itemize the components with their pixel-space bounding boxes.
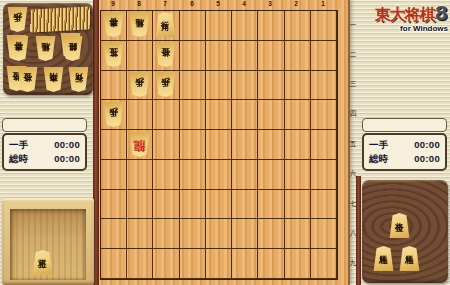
piece-kanji: 角行 xyxy=(74,89,83,92)
board-square[interactable] xyxy=(180,219,206,249)
board-square[interactable] xyxy=(206,100,232,130)
total-time-value: 00:00 xyxy=(54,153,80,166)
board-square[interactable] xyxy=(101,160,127,190)
board-square[interactable] xyxy=(153,190,179,220)
rank-label: 六 xyxy=(349,159,357,189)
board-square[interactable] xyxy=(127,249,153,279)
logo-title: 東大将棋 xyxy=(375,5,435,24)
piece-kanji: 銀将 xyxy=(68,58,77,61)
file-label: 2 xyxy=(283,0,309,9)
board-square[interactable] xyxy=(311,219,337,249)
hand-piece-knight[interactable]: 桂馬 xyxy=(35,36,56,61)
board-square[interactable] xyxy=(258,160,284,190)
board-square[interactable] xyxy=(285,219,311,249)
board-square[interactable] xyxy=(311,160,337,190)
file-label: 5 xyxy=(205,0,231,9)
move-time-label: 一手 xyxy=(369,139,389,152)
board-square[interactable] xyxy=(153,160,179,190)
board-square[interactable] xyxy=(258,190,284,220)
board-square[interactable] xyxy=(127,219,153,249)
board-square[interactable] xyxy=(180,249,206,279)
board-square[interactable] xyxy=(311,130,337,160)
file-label: 1 xyxy=(310,0,336,9)
piece-kanji: 桂馬 xyxy=(379,246,388,249)
board-square[interactable] xyxy=(285,100,311,130)
board-square[interactable] xyxy=(258,219,284,249)
board-square[interactable] xyxy=(206,130,232,160)
board-square[interactable] xyxy=(206,190,232,220)
board-square[interactable] xyxy=(285,190,311,220)
board-square[interactable] xyxy=(285,130,311,160)
board-square[interactable] xyxy=(258,100,284,130)
total-time-label: 総時 xyxy=(9,153,29,166)
board-square[interactable] xyxy=(232,41,258,71)
board-square[interactable] xyxy=(311,41,337,71)
board-square[interactable] xyxy=(311,11,337,41)
rank-label: 五 xyxy=(349,129,357,159)
total-time-label: 総時 xyxy=(369,153,389,166)
board-square[interactable] xyxy=(153,100,179,130)
gote-captured-tray: 歩兵 香車 桂馬 銀将 金将 金将 飛車 角行 xyxy=(3,3,93,95)
file-label: 8 xyxy=(126,0,152,9)
file-label: 4 xyxy=(231,0,257,9)
move-time-value: 00:00 xyxy=(414,139,440,152)
board-square[interactable] xyxy=(232,249,258,279)
board-square[interactable] xyxy=(180,130,206,160)
app-logo: 東大将棋8 for Windows xyxy=(352,2,448,33)
logo-subtitle: for Windows xyxy=(352,24,448,33)
piece-kanji: 金将 xyxy=(23,89,32,92)
hand-piece-pawn[interactable]: 歩兵 xyxy=(7,7,28,32)
piece-box: 王将 xyxy=(2,198,94,285)
sente-captured-tray: 金将 桂馬 桂馬 xyxy=(362,180,448,283)
board-square[interactable] xyxy=(258,130,284,160)
board-square[interactable] xyxy=(285,160,311,190)
rank-labels: 一 二 三 四 五 六 七 八 九 xyxy=(349,10,357,278)
rank-label: 二 xyxy=(349,40,357,70)
board-square[interactable] xyxy=(180,190,206,220)
board-square[interactable] xyxy=(232,219,258,249)
board-square[interactable] xyxy=(232,100,258,130)
board-square[interactable] xyxy=(127,190,153,220)
board-square[interactable] xyxy=(285,41,311,71)
board-square[interactable] xyxy=(153,249,179,279)
piece-kanji: 歩兵 xyxy=(13,29,22,32)
piece-kanji: 金将 xyxy=(395,213,404,216)
board-square[interactable] xyxy=(311,249,337,279)
board-square[interactable] xyxy=(101,190,127,220)
board-square[interactable] xyxy=(285,11,311,41)
board-square[interactable] xyxy=(127,160,153,190)
board-square[interactable] xyxy=(101,219,127,249)
board-square[interactable] xyxy=(232,71,258,101)
piece-kanji: 香車 xyxy=(14,58,23,61)
logo-version-number: 8 xyxy=(435,2,448,24)
board-square[interactable] xyxy=(153,219,179,249)
board-square[interactable] xyxy=(258,41,284,71)
rank-label: 三 xyxy=(349,70,357,100)
file-label: 7 xyxy=(152,0,178,9)
captured-pawn-stack[interactable] xyxy=(30,6,90,32)
gote-clock: 一手00:00 総時00:00 xyxy=(2,133,87,171)
board-square[interactable] xyxy=(232,11,258,41)
board-square[interactable] xyxy=(311,190,337,220)
rank-label: 四 xyxy=(349,99,357,129)
hand-piece-knight-1[interactable]: 桂馬 xyxy=(373,246,394,271)
sente-clock: 一手00:00 総時00:00 xyxy=(362,133,447,171)
shogi-board: 9 8 7 6 5 4 3 2 1 香車 桂馬 角行 玉将 金将 歩兵 歩兵 歩… xyxy=(98,0,350,285)
piece-kanji: 桂馬 xyxy=(405,246,414,249)
board-square[interactable] xyxy=(153,130,179,160)
app-window: 9 8 7 6 5 4 3 2 1 香車 桂馬 角行 玉将 金将 歩兵 歩兵 歩… xyxy=(0,0,450,285)
move-time-label: 一手 xyxy=(9,139,29,152)
move-time-value: 00:00 xyxy=(54,139,80,152)
board-square[interactable] xyxy=(101,71,127,101)
rank-label: 九 xyxy=(349,248,357,278)
sente-name-bar xyxy=(362,118,447,132)
file-label: 9 xyxy=(100,0,126,9)
piece-kanji: 龍 xyxy=(134,140,146,157)
board-square[interactable] xyxy=(180,160,206,190)
board-square[interactable] xyxy=(127,41,153,71)
board-square[interactable] xyxy=(285,71,311,101)
board-square[interactable] xyxy=(258,11,284,41)
rank-label: 七 xyxy=(349,189,357,219)
board-square[interactable] xyxy=(180,11,206,41)
board-square[interactable] xyxy=(206,249,232,279)
rank-label: 一 xyxy=(349,10,357,40)
hand-piece-gold[interactable]: 金将 xyxy=(389,213,410,238)
hand-piece-silver[interactable]: 銀将 xyxy=(62,36,83,61)
board-square[interactable] xyxy=(206,219,232,249)
board-square[interactable] xyxy=(206,71,232,101)
board-square[interactable] xyxy=(101,130,127,160)
hand-piece-rook[interactable]: 飛車 xyxy=(43,67,64,92)
total-time-value: 00:00 xyxy=(414,153,440,166)
board-square[interactable] xyxy=(311,71,337,101)
piece-kanji: 桂馬 xyxy=(41,58,50,61)
board-square[interactable] xyxy=(232,130,258,160)
file-label: 3 xyxy=(257,0,283,9)
rank-label: 八 xyxy=(349,218,357,248)
board-square[interactable] xyxy=(258,71,284,101)
board-square[interactable] xyxy=(180,100,206,130)
file-label: 6 xyxy=(179,0,205,9)
board-square[interactable] xyxy=(206,41,232,71)
board-square[interactable] xyxy=(285,249,311,279)
gote-name-bar xyxy=(2,118,87,132)
board-square[interactable] xyxy=(101,249,127,279)
board-square[interactable] xyxy=(232,160,258,190)
piece-kanji: 金将 xyxy=(12,88,21,91)
board-square[interactable] xyxy=(258,249,284,279)
board-square[interactable] xyxy=(232,190,258,220)
board-square[interactable] xyxy=(206,160,232,190)
board-square[interactable] xyxy=(180,71,206,101)
hand-piece-knight-2[interactable]: 桂馬 xyxy=(399,246,420,271)
board-square[interactable] xyxy=(127,100,153,130)
board-square[interactable] xyxy=(311,100,337,130)
hand-piece-bishop[interactable]: 角行 xyxy=(68,67,89,92)
board-square[interactable] xyxy=(180,41,206,71)
piece-kanji: 飛車 xyxy=(49,89,58,92)
board-square[interactable] xyxy=(206,11,232,41)
